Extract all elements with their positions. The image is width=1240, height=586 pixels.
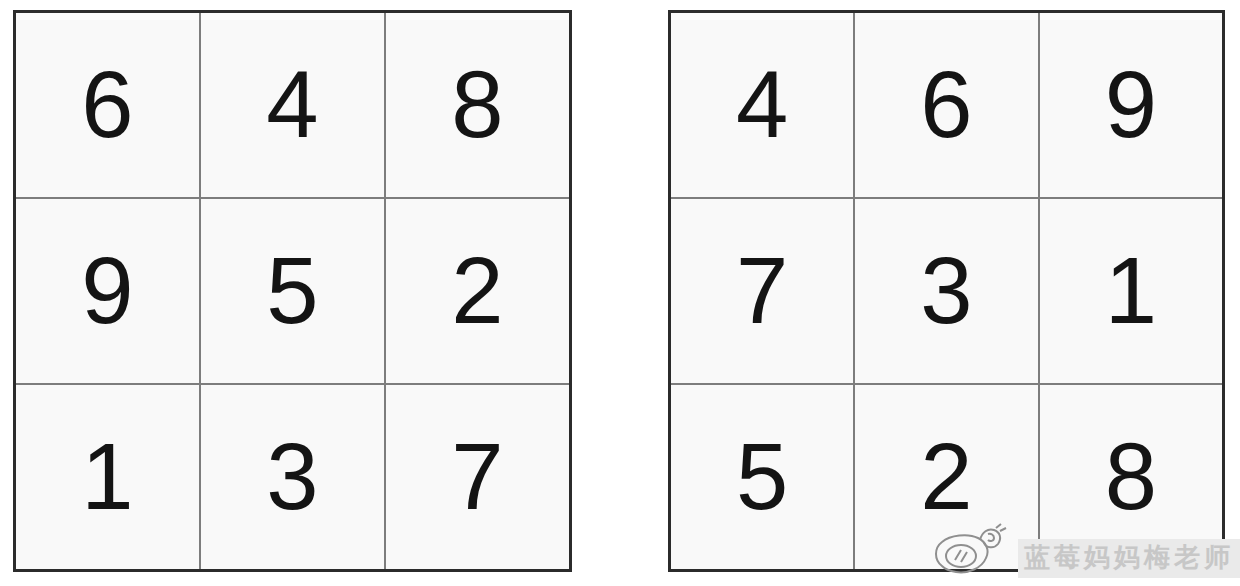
left-grid-cell-r1c2: 2: [386, 199, 569, 383]
right-grid-cell-r1c2: 1: [1040, 199, 1222, 383]
worksheet-page: 6 4 8 9 5 2 1 3 7 4 6 9 7 3 1 5 2 8 蓝莓妈妈…: [0, 0, 1240, 586]
left-grid-cell-r2c0: 1: [16, 385, 199, 569]
left-grid-cell-r2c2: 7: [386, 385, 569, 569]
watermark: 蓝莓妈妈梅老师: [928, 522, 1240, 580]
right-grid-cell-r1c0: 7: [671, 199, 853, 383]
left-grid-cell-r0c0: 6: [16, 13, 199, 197]
left-grid-cell-r0c1: 4: [201, 13, 384, 197]
right-grid-cell-r2c0: 5: [671, 385, 853, 569]
left-grid-cell-r2c1: 3: [201, 385, 384, 569]
left-grid-cell-r0c2: 8: [386, 13, 569, 197]
left-grid-cell-r1c0: 9: [16, 199, 199, 383]
right-number-grid: 4 6 9 7 3 1 5 2 8: [668, 10, 1225, 572]
right-grid-cell-r0c1: 6: [855, 13, 1037, 197]
watermark-text: 蓝莓妈妈梅老师: [1018, 539, 1240, 578]
right-grid-cell-r0c2: 9: [1040, 13, 1222, 197]
right-grid-cell-r1c1: 3: [855, 199, 1037, 383]
left-grid-cell-r1c1: 5: [201, 199, 384, 383]
snail-doodle-icon: [928, 522, 1012, 580]
left-number-grid: 6 4 8 9 5 2 1 3 7: [13, 10, 572, 572]
right-grid-cell-r0c0: 4: [671, 13, 853, 197]
